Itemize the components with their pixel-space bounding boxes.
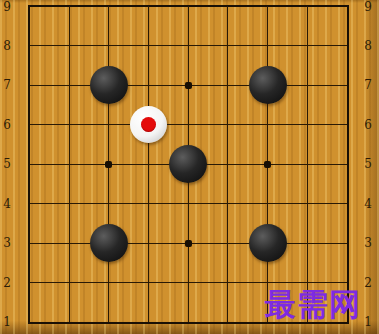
intersection-c6-r2[interactable] [208,263,248,303]
black-stone [90,224,128,262]
intersection-c7-r6[interactable] [248,105,288,145]
intersection-c7-r5[interactable] [248,144,288,184]
intersection-c2-r9[interactable] [49,0,89,26]
intersection-c3-r6[interactable] [89,105,129,145]
intersection-c3-r8[interactable] [89,26,129,66]
intersection-c2-r4[interactable] [49,184,89,224]
intersection-c6-r9[interactable] [208,0,248,26]
intersection-c3-r9[interactable] [89,0,129,26]
intersection-c9-r6[interactable] [327,105,367,145]
intersection-c1-r8[interactable] [10,26,50,66]
intersection-c8-r6[interactable] [288,105,328,145]
intersection-c8-r3[interactable] [288,223,328,263]
intersection-c5-r4[interactable] [168,184,208,224]
intersection-c9-r3[interactable] [327,223,367,263]
intersection-c4-r8[interactable] [129,26,169,66]
intersection-c6-r7[interactable] [208,65,248,105]
intersection-c9-r9[interactable] [327,0,367,26]
black-stone [90,66,128,104]
intersection-c1-r2[interactable] [10,263,50,303]
intersection-c1-r9[interactable] [10,0,50,26]
intersection-c7-r4[interactable] [248,184,288,224]
intersection-c3-r2[interactable] [89,263,129,303]
intersection-c6-r8[interactable] [208,26,248,66]
intersection-c4-r6[interactable] [129,105,169,145]
white-stone [130,106,167,143]
intersection-c2-r8[interactable] [49,26,89,66]
intersection-c2-r1[interactable] [49,302,89,334]
intersection-c2-r3[interactable] [49,223,89,263]
intersection-c9-r8[interactable] [327,26,367,66]
intersection-c9-r4[interactable] [327,184,367,224]
last-move-marker [141,117,156,132]
intersection-c1-r1[interactable] [10,302,50,334]
intersection-c4-r9[interactable] [129,0,169,26]
intersection-c7-r9[interactable] [248,0,288,26]
intersection-c6-r4[interactable] [208,184,248,224]
intersection-c6-r3[interactable] [208,223,248,263]
intersection-c9-r7[interactable] [327,65,367,105]
intersection-c7-r7[interactable] [248,65,288,105]
intersection-c1-r6[interactable] [10,105,50,145]
intersection-c4-r2[interactable] [129,263,169,303]
go-board: 987654321987654321 最需网 [0,0,379,334]
intersection-c1-r4[interactable] [10,184,50,224]
intersection-c5-r1[interactable] [168,302,208,334]
black-stone [249,224,287,262]
intersection-c8-r7[interactable] [288,65,328,105]
intersection-c2-r7[interactable] [49,65,89,105]
black-stone [169,145,207,183]
intersection-c5-r5[interactable] [168,144,208,184]
intersection-c8-r5[interactable] [288,144,328,184]
intersection-c3-r3[interactable] [89,223,129,263]
intersection-c7-r3[interactable] [248,223,288,263]
intersection-c8-r9[interactable] [288,0,328,26]
intersection-c5-r6[interactable] [168,105,208,145]
intersection-c2-r6[interactable] [49,105,89,145]
intersection-c9-r5[interactable] [327,144,367,184]
intersection-c3-r5[interactable] [89,144,129,184]
intersection-c2-r5[interactable] [49,144,89,184]
intersection-c1-r7[interactable] [10,65,50,105]
intersection-c4-r1[interactable] [129,302,169,334]
intersection-c4-r4[interactable] [129,184,169,224]
intersection-c3-r1[interactable] [89,302,129,334]
intersection-c1-r5[interactable] [10,144,50,184]
black-stone [249,66,287,104]
intersection-c8-r4[interactable] [288,184,328,224]
intersection-c4-r7[interactable] [129,65,169,105]
intersection-c7-r8[interactable] [248,26,288,66]
intersection-c5-r8[interactable] [168,26,208,66]
intersection-c5-r7[interactable] [168,65,208,105]
intersection-c5-r2[interactable] [168,263,208,303]
intersection-c5-r3[interactable] [168,223,208,263]
intersection-c8-r8[interactable] [288,26,328,66]
watermark: 最需网 [265,284,361,326]
intersection-c1-r3[interactable] [10,223,50,263]
intersection-c6-r6[interactable] [208,105,248,145]
intersection-c6-r1[interactable] [208,302,248,334]
intersection-c4-r3[interactable] [129,223,169,263]
intersection-c2-r2[interactable] [49,263,89,303]
intersection-c6-r5[interactable] [208,144,248,184]
intersection-c3-r7[interactable] [89,65,129,105]
intersection-c4-r5[interactable] [129,144,169,184]
intersection-c5-r9[interactable] [168,0,208,26]
intersection-c3-r4[interactable] [89,184,129,224]
